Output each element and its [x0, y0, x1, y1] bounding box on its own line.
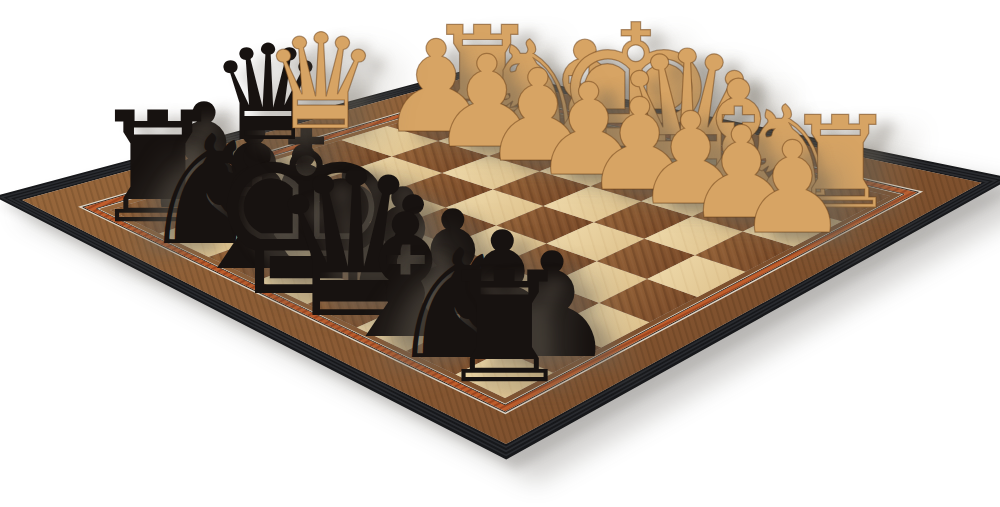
- extra-white-queen-offboard: ♛: [262, 16, 380, 148]
- pieces-layer: ♜♞♝♛♚♝♞♜♟♟♟♟♟♟♟♟♜♞♝♛♚♝♞♜♟♟♟♟♟♟♟♟: [0, 0, 1000, 507]
- piece-white-pawn-a2[interactable]: ♟: [735, 125, 849, 252]
- piece-black-rook-a8[interactable]: ♜: [436, 252, 573, 405]
- chess-set-photo: ♜♞♝♛♚♝♞♜♟♟♟♟♟♟♟♟♜♞♝♛♚♝♞♜♟♟♟♟♟♟♟♟ ♛ ♛: [0, 0, 1000, 507]
